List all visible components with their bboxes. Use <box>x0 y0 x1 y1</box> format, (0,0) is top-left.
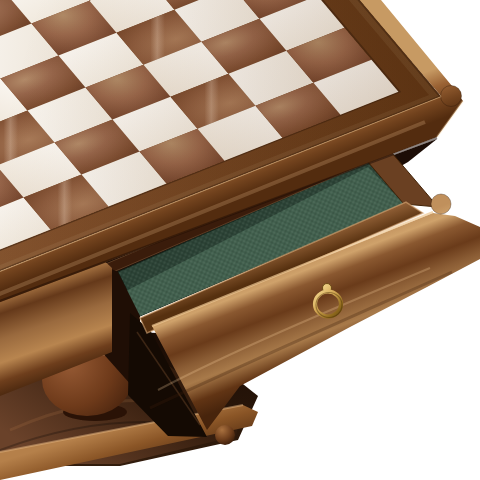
tabletop-corner-ear <box>441 86 462 107</box>
drawer-front-ear <box>431 194 451 214</box>
chess-table-photo <box>0 0 480 480</box>
shelf-bun-foot <box>215 425 235 445</box>
